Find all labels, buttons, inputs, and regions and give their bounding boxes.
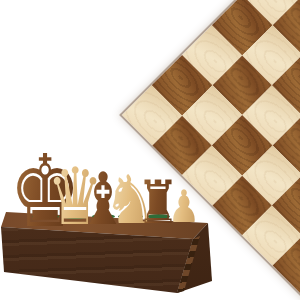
chess-piece-pawn-light: ♟	[168, 184, 200, 229]
product-photo: ♚♛♝♞♜♟	[0, 0, 300, 300]
